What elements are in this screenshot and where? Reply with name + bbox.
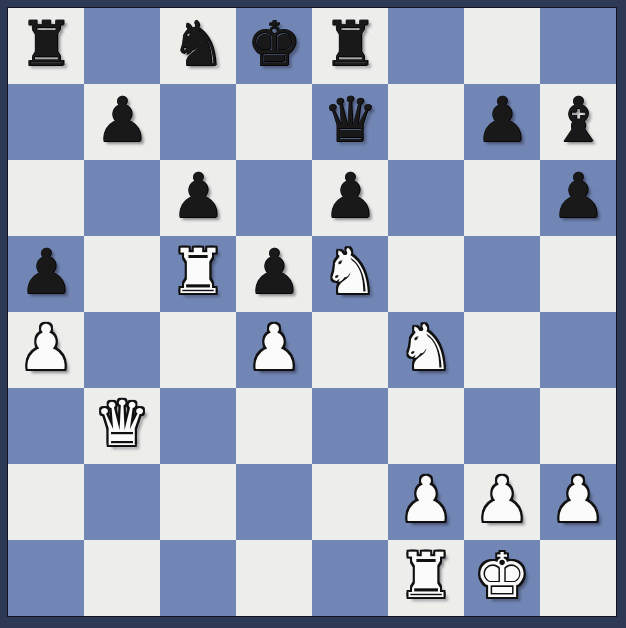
square-h2[interactable]: ♟ (540, 464, 616, 540)
square-h5[interactable] (540, 236, 616, 312)
piece-white-rook[interactable]: ♜ (398, 538, 454, 614)
piece-black-pawn[interactable]: ♟ (170, 158, 226, 234)
square-b4[interactable] (84, 312, 160, 388)
piece-black-queen[interactable]: ♛ (322, 82, 378, 158)
piece-white-queen[interactable]: ♛ (94, 386, 150, 462)
square-f4[interactable]: ♞ (388, 312, 464, 388)
square-g7[interactable]: ♟ (464, 84, 540, 160)
square-e1[interactable] (312, 540, 388, 616)
square-d3[interactable] (236, 388, 312, 464)
piece-white-pawn[interactable]: ♟ (474, 462, 530, 538)
piece-white-rook[interactable]: ♜ (170, 234, 226, 310)
chess-board: ♜♞♚♜♟♛♟♝♟♟♟♟♜♟♞♟♟♞♛♟♟♟♜♚ (8, 8, 616, 616)
piece-black-pawn[interactable]: ♟ (550, 158, 606, 234)
square-b3[interactable]: ♛ (84, 388, 160, 464)
square-a6[interactable] (8, 160, 84, 236)
piece-white-pawn[interactable]: ♟ (246, 310, 302, 386)
piece-black-knight[interactable]: ♞ (170, 6, 226, 82)
square-h7[interactable]: ♝ (540, 84, 616, 160)
square-a4[interactable]: ♟ (8, 312, 84, 388)
square-g5[interactable] (464, 236, 540, 312)
square-e4[interactable] (312, 312, 388, 388)
square-b1[interactable] (84, 540, 160, 616)
board-frame: ♜♞♚♜♟♛♟♝♟♟♟♟♜♟♞♟♟♞♛♟♟♟♜♚ (0, 0, 626, 628)
square-b6[interactable] (84, 160, 160, 236)
square-e2[interactable] (312, 464, 388, 540)
square-a5[interactable]: ♟ (8, 236, 84, 312)
square-e6[interactable]: ♟ (312, 160, 388, 236)
square-f5[interactable] (388, 236, 464, 312)
square-d6[interactable] (236, 160, 312, 236)
square-d8[interactable]: ♚ (236, 8, 312, 84)
square-b2[interactable] (84, 464, 160, 540)
piece-black-pawn[interactable]: ♟ (18, 234, 74, 310)
square-a1[interactable] (8, 540, 84, 616)
square-g4[interactable] (464, 312, 540, 388)
piece-white-pawn[interactable]: ♟ (18, 310, 74, 386)
square-c3[interactable] (160, 388, 236, 464)
square-c8[interactable]: ♞ (160, 8, 236, 84)
square-g1[interactable]: ♚ (464, 540, 540, 616)
square-h6[interactable]: ♟ (540, 160, 616, 236)
piece-black-rook[interactable]: ♜ (322, 6, 378, 82)
square-b7[interactable]: ♟ (84, 84, 160, 160)
piece-black-pawn[interactable]: ♟ (246, 234, 302, 310)
piece-black-rook[interactable]: ♜ (18, 6, 74, 82)
square-h1[interactable] (540, 540, 616, 616)
square-h3[interactable] (540, 388, 616, 464)
piece-black-pawn[interactable]: ♟ (474, 82, 530, 158)
square-b8[interactable] (84, 8, 160, 84)
square-a3[interactable] (8, 388, 84, 464)
square-e5[interactable]: ♞ (312, 236, 388, 312)
square-h4[interactable] (540, 312, 616, 388)
square-d1[interactable] (236, 540, 312, 616)
square-c2[interactable] (160, 464, 236, 540)
square-f3[interactable] (388, 388, 464, 464)
square-g2[interactable]: ♟ (464, 464, 540, 540)
square-a2[interactable] (8, 464, 84, 540)
square-c7[interactable] (160, 84, 236, 160)
piece-black-bishop[interactable]: ♝ (550, 82, 606, 158)
square-b5[interactable] (84, 236, 160, 312)
piece-black-pawn[interactable]: ♟ (94, 82, 150, 158)
square-c4[interactable] (160, 312, 236, 388)
square-a8[interactable]: ♜ (8, 8, 84, 84)
square-d5[interactable]: ♟ (236, 236, 312, 312)
square-d7[interactable] (236, 84, 312, 160)
square-e7[interactable]: ♛ (312, 84, 388, 160)
square-d4[interactable]: ♟ (236, 312, 312, 388)
square-c6[interactable]: ♟ (160, 160, 236, 236)
piece-black-pawn[interactable]: ♟ (322, 158, 378, 234)
square-a7[interactable] (8, 84, 84, 160)
square-f7[interactable] (388, 84, 464, 160)
square-h8[interactable] (540, 8, 616, 84)
square-g3[interactable] (464, 388, 540, 464)
piece-white-pawn[interactable]: ♟ (550, 462, 606, 538)
square-e8[interactable]: ♜ (312, 8, 388, 84)
square-f1[interactable]: ♜ (388, 540, 464, 616)
square-c5[interactable]: ♜ (160, 236, 236, 312)
square-c1[interactable] (160, 540, 236, 616)
piece-black-king[interactable]: ♚ (246, 6, 302, 82)
piece-white-knight[interactable]: ♞ (398, 310, 454, 386)
piece-white-pawn[interactable]: ♟ (398, 462, 454, 538)
square-d2[interactable] (236, 464, 312, 540)
square-e3[interactable] (312, 388, 388, 464)
piece-white-knight[interactable]: ♞ (322, 234, 378, 310)
square-f2[interactable]: ♟ (388, 464, 464, 540)
square-g6[interactable] (464, 160, 540, 236)
square-g8[interactable] (464, 8, 540, 84)
square-f6[interactable] (388, 160, 464, 236)
square-f8[interactable] (388, 8, 464, 84)
piece-white-king[interactable]: ♚ (474, 538, 530, 614)
